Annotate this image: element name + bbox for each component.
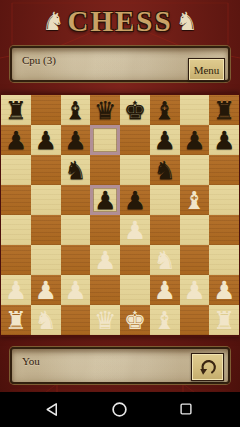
white-bishop: ♝ <box>153 306 175 335</box>
square-h5[interactable] <box>209 185 239 215</box>
opponent-bar: Cpu (3) Menu <box>10 46 230 82</box>
square-g5[interactable]: ♝ <box>180 185 210 215</box>
recents-icon[interactable] <box>179 402 193 416</box>
square-c1[interactable] <box>61 305 91 335</box>
square-d2[interactable] <box>90 275 120 305</box>
black-pawn: ♟ <box>94 186 116 215</box>
square-e2[interactable] <box>120 275 150 305</box>
square-a7[interactable]: ♟ <box>1 125 31 155</box>
square-f7[interactable]: ♟ <box>150 125 180 155</box>
white-king: ♚ <box>124 306 146 335</box>
black-pawn: ♟ <box>5 126 27 155</box>
black-pawn: ♟ <box>213 126 235 155</box>
white-pawn: ♟ <box>124 216 146 245</box>
board-frame: ♜♝♛♚♝♜♟♟♟♟♟♟♞♞♟♟♝♟♟♞♟♟♟♟♟♟♜♞♛♚♝♜ <box>0 93 240 337</box>
black-pawn: ♟ <box>153 126 175 155</box>
black-pawn: ♟ <box>64 126 86 155</box>
white-knight: ♞ <box>153 246 175 275</box>
square-g7[interactable]: ♟ <box>180 125 210 155</box>
square-f2[interactable]: ♟ <box>150 275 180 305</box>
black-rook: ♜ <box>5 96 27 125</box>
header: ♞ CHESS ♞ <box>0 0 240 42</box>
white-queen: ♛ <box>94 306 116 335</box>
square-f1[interactable]: ♝ <box>150 305 180 335</box>
square-f3[interactable]: ♞ <box>150 245 180 275</box>
square-e1[interactable]: ♚ <box>120 305 150 335</box>
square-f6[interactable]: ♞ <box>150 155 180 185</box>
black-pawn: ♟ <box>183 126 205 155</box>
white-knight: ♞ <box>34 306 56 335</box>
square-h4[interactable] <box>209 215 239 245</box>
knight-icon: ♞ <box>176 9 198 34</box>
square-d4[interactable] <box>90 215 120 245</box>
square-b5[interactable] <box>31 185 61 215</box>
back-icon[interactable] <box>45 402 60 417</box>
white-rook: ♜ <box>213 306 235 335</box>
chess-app-screen: ♞ CHESS ♞ Cpu (3) Menu ♜♝♛♚♝♜♟♟♟♟♟♟♞♞♟♟♝… <box>0 0 240 427</box>
undo-arrow-icon <box>198 358 218 376</box>
square-a1[interactable]: ♜ <box>1 305 31 335</box>
black-pawn: ♟ <box>34 126 56 155</box>
square-c2[interactable]: ♟ <box>61 275 91 305</box>
white-bishop: ♝ <box>183 186 205 215</box>
white-pawn: ♟ <box>94 246 116 275</box>
square-b1[interactable]: ♞ <box>31 305 61 335</box>
white-pawn: ♟ <box>213 276 235 305</box>
menu-button-label: Menu <box>194 64 220 76</box>
square-a5[interactable] <box>1 185 31 215</box>
home-icon[interactable] <box>111 401 128 418</box>
app-title: CHESS <box>67 5 172 38</box>
square-c5[interactable] <box>61 185 91 215</box>
square-d8[interactable]: ♛ <box>90 95 120 125</box>
black-pawn: ♟ <box>124 186 146 215</box>
square-a3[interactable] <box>1 245 31 275</box>
square-g1[interactable] <box>180 305 210 335</box>
square-e4[interactable]: ♟ <box>120 215 150 245</box>
square-b3[interactable] <box>31 245 61 275</box>
black-rook: ♜ <box>213 96 235 125</box>
square-a4[interactable] <box>1 215 31 245</box>
square-e7[interactable] <box>120 125 150 155</box>
black-queen: ♛ <box>94 96 116 125</box>
square-b2[interactable]: ♟ <box>31 275 61 305</box>
square-d6[interactable] <box>90 155 120 185</box>
square-g6[interactable] <box>180 155 210 185</box>
square-c6[interactable]: ♞ <box>61 155 91 185</box>
square-b8[interactable] <box>31 95 61 125</box>
square-c4[interactable] <box>61 215 91 245</box>
square-h3[interactable] <box>209 245 239 275</box>
opponent-label: Cpu (3) <box>22 54 56 66</box>
square-e3[interactable] <box>120 245 150 275</box>
square-g3[interactable] <box>180 245 210 275</box>
black-knight: ♞ <box>64 156 86 185</box>
square-d5[interactable]: ♟ <box>90 185 120 215</box>
white-pawn: ♟ <box>153 276 175 305</box>
square-g8[interactable] <box>180 95 210 125</box>
square-f8[interactable]: ♝ <box>150 95 180 125</box>
square-e6[interactable] <box>120 155 150 185</box>
android-navbar <box>0 392 240 427</box>
black-bishop: ♝ <box>64 96 86 125</box>
square-a6[interactable] <box>1 155 31 185</box>
white-pawn: ♟ <box>183 276 205 305</box>
square-c3[interactable] <box>61 245 91 275</box>
square-h1[interactable]: ♜ <box>209 305 239 335</box>
player-bar: You <box>10 347 230 384</box>
undo-button[interactable] <box>191 353 224 381</box>
square-h6[interactable] <box>209 155 239 185</box>
square-f4[interactable] <box>150 215 180 245</box>
square-e8[interactable]: ♚ <box>120 95 150 125</box>
menu-button[interactable]: Menu <box>188 58 225 81</box>
square-b6[interactable] <box>31 155 61 185</box>
square-a2[interactable]: ♟ <box>1 275 31 305</box>
square-d3[interactable]: ♟ <box>90 245 120 275</box>
square-c8[interactable]: ♝ <box>61 95 91 125</box>
square-c7[interactable]: ♟ <box>61 125 91 155</box>
square-b4[interactable] <box>31 215 61 245</box>
square-d1[interactable]: ♛ <box>90 305 120 335</box>
square-h8[interactable]: ♜ <box>209 95 239 125</box>
white-pawn: ♟ <box>34 276 56 305</box>
knight-icon: ♞ <box>42 9 64 34</box>
white-pawn: ♟ <box>5 276 27 305</box>
chess-board: ♜♝♛♚♝♜♟♟♟♟♟♟♞♞♟♟♝♟♟♞♟♟♟♟♟♟♜♞♛♚♝♜ <box>1 95 239 335</box>
square-g4[interactable] <box>180 215 210 245</box>
square-b7[interactable]: ♟ <box>31 125 61 155</box>
square-h2[interactable]: ♟ <box>209 275 239 305</box>
square-a8[interactable]: ♜ <box>1 95 31 125</box>
black-king: ♚ <box>124 96 146 125</box>
square-g2[interactable]: ♟ <box>180 275 210 305</box>
square-h7[interactable]: ♟ <box>209 125 239 155</box>
white-rook: ♜ <box>5 306 27 335</box>
black-knight: ♞ <box>153 156 175 185</box>
square-f5[interactable] <box>150 185 180 215</box>
square-e5[interactable]: ♟ <box>120 185 150 215</box>
white-pawn: ♟ <box>64 276 86 305</box>
square-d7[interactable] <box>90 125 120 155</box>
black-bishop: ♝ <box>153 96 175 125</box>
player-label: You <box>22 355 40 367</box>
